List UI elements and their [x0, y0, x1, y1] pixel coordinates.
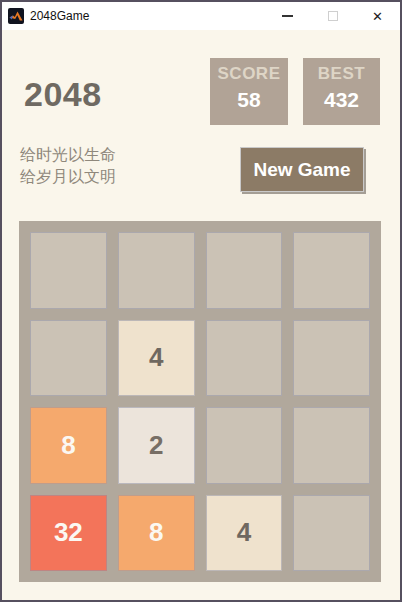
- minimize-button[interactable]: [265, 2, 310, 30]
- game-area: 2048 SCORE 58 BEST 432 给时光以生命 给岁月以文明 New…: [2, 30, 400, 600]
- empty-cell: [118, 232, 195, 309]
- close-button[interactable]: ✕: [355, 2, 400, 30]
- best-box: BEST 432: [303, 58, 380, 125]
- tile-4: 4: [206, 495, 283, 572]
- title-bar: 2048Game ✕: [2, 2, 400, 30]
- tile-4: 4: [118, 320, 195, 397]
- caption-buttons: ✕: [265, 2, 400, 30]
- minimize-icon: [282, 15, 293, 17]
- board-grid: 4823284: [19, 221, 381, 582]
- score-value: 58: [237, 88, 260, 112]
- tile-32: 32: [30, 495, 107, 572]
- empty-cell: [293, 232, 370, 309]
- score-label: SCORE: [218, 64, 281, 84]
- page-title: 2048: [24, 75, 102, 114]
- empty-cell: [293, 407, 370, 484]
- subtitle-line-1: 给时光以生命: [20, 144, 116, 166]
- maximize-button: [310, 2, 355, 30]
- empty-cell: [206, 407, 283, 484]
- empty-cell: [30, 320, 107, 397]
- empty-cell: [206, 232, 283, 309]
- close-icon: ✕: [372, 10, 383, 23]
- maximize-icon: [328, 11, 338, 21]
- subtitle: 给时光以生命 给岁月以文明: [20, 144, 116, 188]
- empty-cell: [293, 320, 370, 397]
- empty-cell: [293, 495, 370, 572]
- window-title: 2048Game: [30, 9, 265, 23]
- subtitle-line-2: 给岁月以文明: [20, 166, 116, 188]
- tile-2: 2: [118, 407, 195, 484]
- best-label: BEST: [318, 64, 365, 84]
- window: 2048Game ✕ 2048 SCORE 58 BEST 432 给时光以生命…: [0, 0, 402, 602]
- empty-cell: [30, 232, 107, 309]
- matlab-app-icon: [8, 8, 24, 24]
- tile-8: 8: [30, 407, 107, 484]
- tile-8: 8: [118, 495, 195, 572]
- new-game-button[interactable]: New Game: [240, 147, 364, 192]
- score-box: SCORE 58: [210, 58, 288, 125]
- empty-cell: [206, 320, 283, 397]
- best-value: 432: [324, 88, 359, 112]
